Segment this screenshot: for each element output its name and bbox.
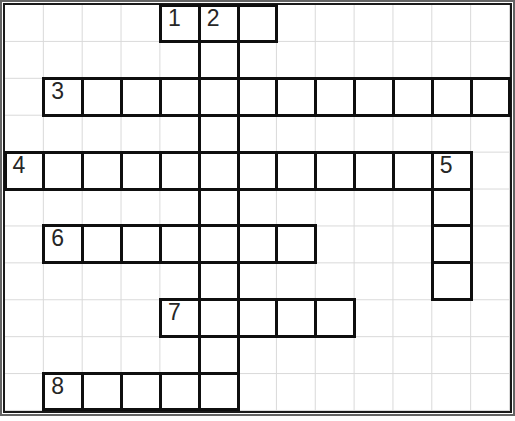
crossword-cell[interactable]: 4 — [4, 151, 46, 191]
board-frame: 12345678 — [3, 3, 512, 413]
clue-number: 1 — [168, 5, 181, 32]
crossword-cell[interactable] — [275, 298, 317, 338]
crossword-cell[interactable] — [237, 151, 279, 191]
crossword-cell[interactable] — [431, 261, 473, 301]
crossword-cell[interactable]: 6 — [42, 224, 84, 264]
crossword-cell[interactable]: 3 — [42, 77, 84, 117]
crossword-cell[interactable] — [431, 224, 473, 264]
crossword-cell[interactable] — [159, 151, 201, 191]
crossword-cell[interactable]: 1 — [159, 4, 201, 44]
crossword-cell[interactable] — [198, 261, 240, 301]
clue-number: 2 — [207, 5, 220, 32]
crossword-cell[interactable] — [314, 151, 356, 191]
crossword-cell[interactable]: 2 — [198, 4, 240, 44]
crossword-cell[interactable] — [237, 4, 279, 44]
crossword-cell[interactable] — [431, 77, 473, 117]
crossword-cell[interactable] — [431, 188, 473, 228]
clue-number: 6 — [51, 225, 64, 252]
crossword-cell[interactable] — [314, 298, 356, 338]
crossword-cell[interactable] — [275, 151, 317, 191]
crossword-cell[interactable] — [237, 224, 279, 264]
crossword-cell[interactable]: 5 — [431, 151, 473, 191]
crossword-cell[interactable] — [353, 151, 395, 191]
crossword-cell[interactable] — [198, 335, 240, 375]
crossword-cell[interactable] — [81, 151, 123, 191]
clue-number: 7 — [168, 299, 181, 326]
crossword-cell[interactable] — [198, 188, 240, 228]
crossword-cell[interactable] — [314, 77, 356, 117]
crossword-cell[interactable] — [42, 151, 84, 191]
crossword-cell[interactable] — [120, 224, 162, 264]
crossword-cell[interactable] — [237, 77, 279, 117]
crossword-cell[interactable] — [81, 224, 123, 264]
crossword-cell[interactable]: 7 — [159, 298, 201, 338]
clue-number: 3 — [51, 78, 64, 105]
crossword-cell[interactable] — [120, 151, 162, 191]
crossword-cell[interactable] — [198, 298, 240, 338]
crossword-cell[interactable] — [392, 151, 434, 191]
crossword-cell[interactable] — [81, 372, 123, 412]
crossword-cell[interactable] — [198, 372, 240, 412]
crossword-cell[interactable] — [198, 151, 240, 191]
clue-number: 4 — [13, 152, 26, 179]
crossword-cell[interactable] — [470, 77, 512, 117]
crossword-cell[interactable] — [275, 77, 317, 117]
crossword-cell[interactable] — [198, 224, 240, 264]
crossword-cell[interactable] — [198, 114, 240, 154]
window-frame: 12345678 — [0, 0, 515, 416]
crossword-cell[interactable] — [275, 224, 317, 264]
crossword-cell[interactable] — [198, 77, 240, 117]
crossword-cell[interactable] — [198, 40, 240, 80]
clue-number: 5 — [440, 152, 453, 179]
crossword-cell[interactable] — [392, 77, 434, 117]
clue-number: 8 — [51, 373, 64, 400]
crossword-cell[interactable] — [159, 224, 201, 264]
crossword-cell[interactable]: 8 — [42, 372, 84, 412]
crossword-cell[interactable] — [159, 372, 201, 412]
crossword-screenshot: 12345678 — [0, 0, 515, 421]
crossword-cell[interactable] — [81, 77, 123, 117]
crossword-cell[interactable] — [353, 77, 395, 117]
crossword-cell[interactable] — [159, 77, 201, 117]
spreadsheet-grid: 12345678 — [5, 5, 510, 411]
crossword-cell[interactable] — [237, 298, 279, 338]
crossword-cell[interactable] — [120, 77, 162, 117]
crossword-cell[interactable] — [120, 372, 162, 412]
